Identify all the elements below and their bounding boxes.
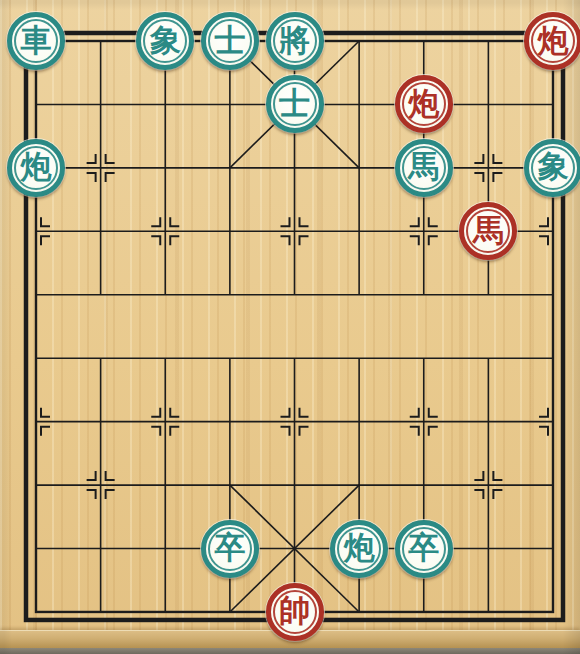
piece-glyph: 炮	[408, 88, 439, 119]
piece-glyph: 車	[21, 25, 52, 56]
piece-glyph: 帥	[279, 595, 310, 626]
piece-black-chariot[interactable]: 車	[7, 12, 65, 70]
piece-black-advisor[interactable]: 士	[201, 12, 259, 70]
piece-black-elephant[interactable]: 象	[136, 12, 194, 70]
board-edge-shadow	[0, 648, 580, 654]
xiangqi-board[interactable]: 車象士將炮士炮炮馬象馬卒炮卒帥	[0, 0, 580, 654]
piece-black-horse[interactable]: 馬	[395, 139, 453, 197]
piece-red-cannon[interactable]: 炮	[524, 12, 580, 70]
piece-black-cannon[interactable]: 炮	[7, 139, 65, 197]
piece-glyph: 士	[214, 25, 245, 56]
piece-glyph: 炮	[538, 25, 569, 56]
piece-glyph: 馬	[408, 151, 439, 182]
piece-glyph: 炮	[21, 151, 52, 182]
piece-glyph: 卒	[214, 532, 245, 563]
piece-black-cannon[interactable]: 炮	[330, 520, 388, 578]
piece-glyph: 將	[279, 25, 310, 56]
piece-red-cannon[interactable]: 炮	[395, 75, 453, 133]
piece-glyph: 士	[279, 88, 310, 119]
piece-glyph: 象	[150, 25, 181, 56]
piece-black-soldier[interactable]: 卒	[201, 520, 259, 578]
piece-red-general[interactable]: 帥	[266, 583, 324, 641]
piece-black-advisor[interactable]: 士	[266, 75, 324, 133]
piece-black-soldier[interactable]: 卒	[395, 520, 453, 578]
piece-glyph: 馬	[473, 215, 504, 246]
piece-glyph: 卒	[408, 532, 439, 563]
piece-glyph: 炮	[344, 532, 375, 563]
piece-black-elephant[interactable]: 象	[524, 139, 580, 197]
piece-glyph: 象	[538, 151, 569, 182]
piece-black-general[interactable]: 將	[266, 12, 324, 70]
